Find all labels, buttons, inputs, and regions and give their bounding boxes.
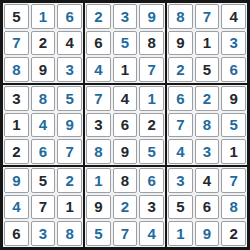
cell-r9c4[interactable]: 5	[86, 221, 111, 246]
cell-r3c9[interactable]: 6	[221, 57, 246, 82]
cell-r4c8[interactable]: 2	[195, 86, 220, 111]
cell-r8c7[interactable]: 5	[168, 195, 193, 220]
cell-r1c2[interactable]: 1	[31, 4, 56, 29]
cell-r7c1[interactable]: 9	[4, 168, 29, 193]
cell-r7c4[interactable]: 1	[86, 168, 111, 193]
cell-r8c6[interactable]: 3	[139, 195, 164, 220]
cell-r6c3[interactable]: 7	[57, 139, 82, 164]
cell-r7c5[interactable]: 8	[113, 168, 138, 193]
cell-r5c1[interactable]: 1	[4, 113, 29, 138]
box-r2c2: 741362895	[85, 85, 165, 165]
cell-r9c8[interactable]: 9	[195, 221, 220, 246]
cell-r4c9[interactable]: 9	[221, 86, 246, 111]
cell-r8c5[interactable]: 2	[113, 195, 138, 220]
cell-r4c3[interactable]: 5	[57, 86, 82, 111]
cell-r9c1[interactable]: 6	[4, 221, 29, 246]
box-r3c2: 186923574	[85, 167, 165, 247]
cell-r4c6[interactable]: 1	[139, 86, 164, 111]
cell-r8c4[interactable]: 9	[86, 195, 111, 220]
cell-r6c4[interactable]: 8	[86, 139, 111, 164]
cell-r1c1[interactable]: 5	[4, 4, 29, 29]
cell-r6c8[interactable]: 3	[195, 139, 220, 164]
cell-r1c6[interactable]: 9	[139, 4, 164, 29]
cell-r1c5[interactable]: 3	[113, 4, 138, 29]
box-r1c3: 874913256	[167, 3, 247, 83]
cell-r8c2[interactable]: 7	[31, 195, 56, 220]
cell-r6c1[interactable]: 2	[4, 139, 29, 164]
box-r1c1: 516724893	[3, 3, 83, 83]
sudoku-board: 5167248932396584178749132563851492677413…	[0, 0, 250, 250]
box-r2c3: 629785431	[167, 85, 247, 165]
cell-r6c9[interactable]: 1	[221, 139, 246, 164]
cell-r2c4[interactable]: 6	[86, 31, 111, 56]
cell-r3c7[interactable]: 2	[168, 57, 193, 82]
cell-r7c7[interactable]: 3	[168, 168, 193, 193]
cell-r2c3[interactable]: 4	[57, 31, 82, 56]
cell-r3c4[interactable]: 4	[86, 57, 111, 82]
cell-r4c4[interactable]: 7	[86, 86, 111, 111]
cell-r4c5[interactable]: 4	[113, 86, 138, 111]
cell-r9c9[interactable]: 2	[221, 221, 246, 246]
cell-r9c5[interactable]: 7	[113, 221, 138, 246]
cell-r3c2[interactable]: 9	[31, 57, 56, 82]
cell-r6c6[interactable]: 5	[139, 139, 164, 164]
cell-r7c8[interactable]: 4	[195, 168, 220, 193]
box-r1c2: 239658417	[85, 3, 165, 83]
cell-r9c2[interactable]: 3	[31, 221, 56, 246]
cell-r5c8[interactable]: 8	[195, 113, 220, 138]
cell-r8c1[interactable]: 4	[4, 195, 29, 220]
cell-r3c5[interactable]: 1	[113, 57, 138, 82]
cell-r5c7[interactable]: 7	[168, 113, 193, 138]
cell-r8c8[interactable]: 6	[195, 195, 220, 220]
cell-r6c5[interactable]: 9	[113, 139, 138, 164]
cell-r1c8[interactable]: 7	[195, 4, 220, 29]
cell-r7c3[interactable]: 2	[57, 168, 82, 193]
cell-r9c6[interactable]: 4	[139, 221, 164, 246]
cell-r7c9[interactable]: 7	[221, 168, 246, 193]
cell-r5c5[interactable]: 6	[113, 113, 138, 138]
cell-r2c8[interactable]: 1	[195, 31, 220, 56]
cell-r6c2[interactable]: 6	[31, 139, 56, 164]
cell-r2c7[interactable]: 9	[168, 31, 193, 56]
cell-r3c3[interactable]: 3	[57, 57, 82, 82]
cell-r1c9[interactable]: 4	[221, 4, 246, 29]
cell-r8c3[interactable]: 1	[57, 195, 82, 220]
cell-r9c7[interactable]: 1	[168, 221, 193, 246]
cell-r5c3[interactable]: 9	[57, 113, 82, 138]
cell-r2c9[interactable]: 3	[221, 31, 246, 56]
cell-r1c7[interactable]: 8	[168, 4, 193, 29]
cell-r2c2[interactable]: 2	[31, 31, 56, 56]
cell-r3c8[interactable]: 5	[195, 57, 220, 82]
box-r2c1: 385149267	[3, 85, 83, 165]
cell-r4c7[interactable]: 6	[168, 86, 193, 111]
cell-r5c2[interactable]: 4	[31, 113, 56, 138]
cell-r2c6[interactable]: 8	[139, 31, 164, 56]
cell-r4c1[interactable]: 3	[4, 86, 29, 111]
cell-r5c9[interactable]: 5	[221, 113, 246, 138]
cell-r6c7[interactable]: 4	[168, 139, 193, 164]
cell-r7c6[interactable]: 6	[139, 168, 164, 193]
cell-r2c1[interactable]: 7	[4, 31, 29, 56]
cell-r4c2[interactable]: 8	[31, 86, 56, 111]
cell-r7c2[interactable]: 5	[31, 168, 56, 193]
cell-r2c5[interactable]: 5	[113, 31, 138, 56]
cell-r5c4[interactable]: 3	[86, 113, 111, 138]
cell-r9c3[interactable]: 8	[57, 221, 82, 246]
box-r3c1: 952471638	[3, 167, 83, 247]
box-r3c3: 347568192	[167, 167, 247, 247]
cell-r1c4[interactable]: 2	[86, 4, 111, 29]
cell-r3c6[interactable]: 7	[139, 57, 164, 82]
cell-r8c9[interactable]: 8	[221, 195, 246, 220]
cell-r1c3[interactable]: 6	[57, 4, 82, 29]
cell-r3c1[interactable]: 8	[4, 57, 29, 82]
cell-r5c6[interactable]: 2	[139, 113, 164, 138]
